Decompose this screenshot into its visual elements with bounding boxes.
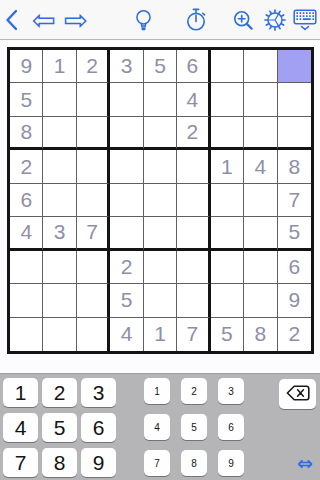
pencil-key-6[interactable]: 6 [218, 414, 244, 440]
cell-r2c5[interactable] [144, 83, 177, 116]
cell-r7c9[interactable]: 6 [278, 251, 311, 284]
cell-r2c7[interactable] [211, 83, 244, 116]
cell-r1c6[interactable]: 6 [177, 50, 210, 83]
pencil-key-8[interactable]: 8 [181, 450, 207, 476]
numpad-key-1[interactable]: 1 [3, 378, 38, 407]
cell-r9c2[interactable] [43, 318, 76, 351]
cell-r4c4[interactable] [110, 150, 143, 183]
lightbulb-icon [134, 9, 153, 32]
toolbar: ⇦ ⇨ [0, 0, 320, 40]
right-arrow-icon: ⇨ [64, 0, 88, 40]
left-right-arrow-icon: ⇔ [297, 452, 313, 474]
keyboard-button[interactable] [291, 0, 319, 40]
numpad-key-9[interactable]: 9 [81, 448, 116, 477]
pencil-key-1[interactable]: 1 [144, 378, 170, 404]
cell-r3c7[interactable] [211, 117, 244, 150]
cell-r4c9[interactable]: 8 [278, 150, 311, 183]
cell-r8c2[interactable] [43, 284, 76, 317]
cell-r1c3[interactable]: 2 [77, 50, 110, 83]
cell-r1c5[interactable]: 5 [144, 50, 177, 83]
cell-r8c6[interactable] [177, 284, 210, 317]
cell-r2c4[interactable] [110, 83, 143, 116]
numpad-key-3[interactable]: 3 [81, 378, 116, 407]
cell-r2c1[interactable]: 5 [10, 83, 43, 116]
cell-r9c9[interactable]: 2 [278, 318, 311, 351]
cell-r4c6[interactable] [177, 150, 210, 183]
stopwatch-icon [185, 8, 207, 32]
cell-r5c3[interactable] [77, 184, 110, 217]
cell-r4c3[interactable] [77, 150, 110, 183]
delete-key[interactable] [279, 379, 316, 409]
numpad-key-6[interactable]: 6 [81, 413, 116, 442]
cell-r3c1[interactable]: 8 [10, 117, 43, 150]
sudoku-app: ⇦ ⇨ [0, 0, 320, 480]
cell-r4c2[interactable] [43, 150, 76, 183]
pencil-key-4[interactable]: 4 [144, 414, 170, 440]
cell-r6c3[interactable]: 7 [77, 217, 110, 250]
cell-r8c7[interactable] [211, 284, 244, 317]
cell-r8c4[interactable]: 5 [110, 284, 143, 317]
cell-r7c3[interactable] [77, 251, 110, 284]
cell-r4c8[interactable]: 4 [244, 150, 277, 183]
zoom-button[interactable] [232, 0, 255, 40]
cell-r6c9[interactable]: 5 [278, 217, 311, 250]
cell-r7c7[interactable] [211, 251, 244, 284]
cell-r7c8[interactable] [244, 251, 277, 284]
cell-r5c6[interactable] [177, 184, 210, 217]
cell-r1c7[interactable] [211, 50, 244, 83]
cell-r7c5[interactable] [144, 251, 177, 284]
cell-r7c4[interactable]: 2 [110, 251, 143, 284]
redo-button[interactable]: ⇨ [61, 0, 91, 40]
cell-r7c1[interactable] [10, 251, 43, 284]
hint-button[interactable] [133, 0, 154, 40]
pencil-key-5[interactable]: 5 [181, 414, 207, 440]
cell-r1c9[interactable] [278, 50, 311, 83]
cell-r6c8[interactable] [244, 217, 277, 250]
timer-button[interactable] [184, 0, 207, 40]
gear-icon [262, 7, 288, 33]
numpad-key-4[interactable]: 4 [3, 413, 38, 442]
cell-r8c3[interactable] [77, 284, 110, 317]
numpad-pencil: 123456789 [144, 378, 244, 476]
sudoku-board: 912356548221486743752659417582 [7, 47, 314, 354]
cell-r5c8[interactable] [244, 184, 277, 217]
numpad-large: 123456789 [3, 378, 116, 477]
chevron-left-icon [5, 9, 18, 31]
cell-r2c9[interactable] [278, 83, 311, 116]
settings-button[interactable] [261, 0, 289, 40]
cell-r6c4[interactable] [110, 217, 143, 250]
cell-r5c7[interactable] [211, 184, 244, 217]
cell-r6c5[interactable] [144, 217, 177, 250]
numpad-key-8[interactable]: 8 [42, 448, 77, 477]
keypad: 123456789 123456789 ⇔ [0, 373, 320, 480]
pencil-key-9[interactable]: 9 [218, 450, 244, 476]
pencil-key-3[interactable]: 3 [218, 378, 244, 404]
cell-r5c2[interactable] [43, 184, 76, 217]
cell-r1c8[interactable] [244, 50, 277, 83]
cell-r3c9[interactable] [278, 117, 311, 150]
cell-r9c6[interactable]: 7 [177, 318, 210, 351]
cell-r2c3[interactable] [77, 83, 110, 116]
cell-r9c5[interactable]: 1 [144, 318, 177, 351]
cell-r2c6[interactable]: 4 [177, 83, 210, 116]
cell-r7c6[interactable] [177, 251, 210, 284]
cell-r6c6[interactable] [177, 217, 210, 250]
cell-r8c9[interactable]: 9 [278, 284, 311, 317]
cell-r9c4[interactable]: 4 [110, 318, 143, 351]
cell-r9c7[interactable]: 5 [211, 318, 244, 351]
cell-r4c7[interactable]: 1 [211, 150, 244, 183]
numpad-key-7[interactable]: 7 [3, 448, 38, 477]
keyboard-icon [293, 9, 317, 32]
cell-r9c8[interactable]: 8 [244, 318, 277, 351]
cell-r9c3[interactable] [77, 318, 110, 351]
cell-r4c5[interactable] [144, 150, 177, 183]
cell-r5c5[interactable] [144, 184, 177, 217]
pencil-key-7[interactable]: 7 [144, 450, 170, 476]
cell-r5c4[interactable] [110, 184, 143, 217]
undo-button[interactable]: ⇦ [29, 0, 59, 40]
swap-keypad-button[interactable]: ⇔ [290, 450, 320, 476]
cell-r2c2[interactable] [43, 83, 76, 116]
cell-r3c6[interactable]: 2 [177, 117, 210, 150]
cell-r3c4[interactable] [110, 117, 143, 150]
cell-r6c2[interactable]: 3 [43, 217, 76, 250]
cell-r6c7[interactable] [211, 217, 244, 250]
cell-r1c1[interactable]: 9 [10, 50, 43, 83]
cell-r8c5[interactable] [144, 284, 177, 317]
cell-r7c2[interactable] [43, 251, 76, 284]
cell-r3c5[interactable] [144, 117, 177, 150]
cell-r2c8[interactable] [244, 83, 277, 116]
cell-r4c1[interactable]: 2 [10, 150, 43, 183]
cell-r8c1[interactable] [10, 284, 43, 317]
cell-r1c2[interactable]: 1 [43, 50, 76, 83]
cell-r8c8[interactable] [244, 284, 277, 317]
cell-r9c1[interactable] [10, 318, 43, 351]
backspace-icon [286, 385, 310, 404]
cell-r5c1[interactable]: 6 [10, 184, 43, 217]
cell-r1c4[interactable]: 3 [110, 50, 143, 83]
pencil-key-2[interactable]: 2 [181, 378, 207, 404]
left-arrow-icon: ⇦ [32, 0, 56, 40]
cell-r5c9[interactable]: 7 [278, 184, 311, 217]
cell-r3c3[interactable] [77, 117, 110, 150]
magnifier-plus-icon [233, 10, 254, 31]
numpad-key-5[interactable]: 5 [42, 413, 77, 442]
numpad-key-2[interactable]: 2 [42, 378, 77, 407]
back-button[interactable] [1, 0, 21, 40]
cell-r3c2[interactable] [43, 117, 76, 150]
cell-r3c8[interactable] [244, 117, 277, 150]
cell-r6c1[interactable]: 4 [10, 217, 43, 250]
